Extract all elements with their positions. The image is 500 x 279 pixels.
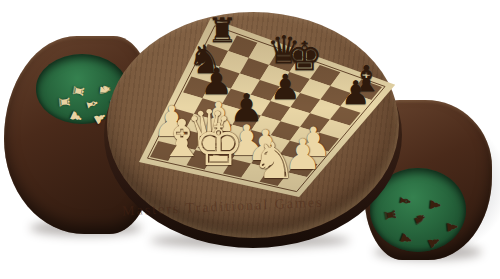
chess-piece-black-p-h7: ♟	[341, 77, 370, 110]
chess-piece-black-p-e6: ♟	[270, 69, 301, 104]
chess-piece-white-k-d1: ♚	[193, 117, 244, 174]
pieces-layer: ♜♛♚♝♟♞♟♟♟♟♟♟♛♟♟♟♝♚♞	[0, 0, 500, 279]
chess-set-product-photo: ♜♜♝♞♟♟♟ ♜♝♞♟♟♟♟ ♜♛♚♝♟♞♟♟♟♟♟♟♛♟♟♟♝♚♞ Mast…	[0, 0, 500, 279]
chess-piece-white-n-g1: ♞	[251, 137, 296, 187]
